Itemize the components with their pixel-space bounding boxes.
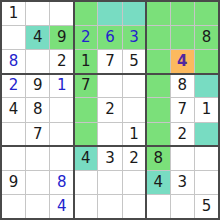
cell-r2c1[interactable] xyxy=(2,26,25,49)
cell-r7c4[interactable]: 4 xyxy=(74,147,97,170)
cell-r5c5[interactable]: 2 xyxy=(98,98,121,121)
digit: 6 xyxy=(105,30,115,45)
cell-r1c1[interactable]: 1 xyxy=(2,2,25,25)
cell-r3c7[interactable] xyxy=(147,50,170,73)
cell-r1c6[interactable] xyxy=(123,2,146,25)
cell-r2c7[interactable] xyxy=(147,26,170,49)
cell-r4c7[interactable] xyxy=(147,74,170,97)
cell-r1c5[interactable] xyxy=(98,2,121,25)
cell-r1c3[interactable] xyxy=(50,2,73,25)
cell-r2c5[interactable]: 6 xyxy=(98,26,121,49)
cell-r5c8[interactable]: 7 xyxy=(171,98,194,121)
cell-r5c1[interactable]: 4 xyxy=(2,98,25,121)
digit: 2 xyxy=(105,102,115,117)
cell-r7c6[interactable]: 2 xyxy=(123,147,146,170)
digit: 7 xyxy=(105,54,115,69)
digit: 2 xyxy=(129,151,139,166)
digit: 4 xyxy=(9,102,19,117)
cell-r5c4[interactable] xyxy=(74,98,97,121)
cell-r3c9[interactable] xyxy=(195,50,218,73)
cell-r7c8[interactable] xyxy=(171,147,194,170)
cell-r2c8[interactable] xyxy=(171,26,194,49)
cell-r8c2[interactable] xyxy=(26,171,49,194)
cell-r5c7[interactable] xyxy=(147,98,170,121)
cell-r3c3[interactable]: 2 xyxy=(50,50,73,73)
cell-r1c2[interactable] xyxy=(26,2,49,25)
digit: 8 xyxy=(178,78,188,93)
cell-r8c6[interactable] xyxy=(123,171,146,194)
digit: 7 xyxy=(33,127,43,142)
digit: 2 xyxy=(178,127,188,142)
digit: 9 xyxy=(33,78,43,93)
cell-r9c7[interactable] xyxy=(147,195,170,218)
digit: 4 xyxy=(153,175,163,190)
digit: 2 xyxy=(9,78,19,93)
digit: 1 xyxy=(57,78,67,93)
cell-r2c2[interactable]: 4 xyxy=(26,26,49,49)
digit: 5 xyxy=(129,54,139,69)
cell-r1c7[interactable] xyxy=(147,2,170,25)
cell-r3c4[interactable]: 1 xyxy=(74,50,97,73)
cell-r7c7[interactable]: 8 xyxy=(147,147,170,170)
cell-r9c1[interactable] xyxy=(2,195,25,218)
cell-r4c9[interactable] xyxy=(195,74,218,97)
cell-r8c9[interactable] xyxy=(195,171,218,194)
cell-r6c9[interactable] xyxy=(195,123,218,146)
cell-r6c6[interactable]: 1 xyxy=(123,123,146,146)
cell-r8c4[interactable] xyxy=(74,171,97,194)
cell-r6c1[interactable] xyxy=(2,123,25,146)
cell-r3c1[interactable]: 8 xyxy=(2,50,25,73)
cell-r8c7[interactable]: 4 xyxy=(147,171,170,194)
cell-r6c4[interactable] xyxy=(74,123,97,146)
cell-r8c8[interactable]: 3 xyxy=(171,171,194,194)
cell-r6c5[interactable] xyxy=(98,123,121,146)
cell-r7c5[interactable]: 3 xyxy=(98,147,121,170)
digit: 4 xyxy=(81,151,91,166)
cell-r1c9[interactable] xyxy=(195,2,218,25)
digit: 9 xyxy=(57,30,67,45)
digit: 4 xyxy=(33,30,43,45)
digit: 4 xyxy=(57,199,67,214)
cell-r3c6[interactable]: 5 xyxy=(123,50,146,73)
cell-r9c5[interactable] xyxy=(98,195,121,218)
cell-r3c2[interactable] xyxy=(26,50,49,73)
cell-r9c8[interactable] xyxy=(171,195,194,218)
digit: 7 xyxy=(81,78,91,93)
cell-r9c9[interactable]: 5 xyxy=(195,195,218,218)
cell-r2c6[interactable]: 3 xyxy=(123,26,146,49)
cell-r9c6[interactable] xyxy=(123,195,146,218)
sudoku-board: 149263882175429178482717124328984345 xyxy=(0,0,220,220)
cell-r1c4[interactable] xyxy=(74,2,97,25)
cell-r4c3[interactable]: 1 xyxy=(50,74,73,97)
cell-r8c1[interactable]: 9 xyxy=(2,171,25,194)
cell-r2c4[interactable]: 2 xyxy=(74,26,97,49)
cell-r5c2[interactable]: 8 xyxy=(26,98,49,121)
cell-r8c3[interactable]: 8 xyxy=(50,171,73,194)
cell-r4c4[interactable]: 7 xyxy=(74,74,97,97)
cell-r4c2[interactable]: 9 xyxy=(26,74,49,97)
digit: 2 xyxy=(81,30,91,45)
digit: 3 xyxy=(129,30,139,45)
digit: 8 xyxy=(202,30,212,45)
digit: 9 xyxy=(9,175,19,190)
cell-r9c4[interactable] xyxy=(74,195,97,218)
cell-r3c5[interactable]: 7 xyxy=(98,50,121,73)
cell-r5c9[interactable]: 1 xyxy=(195,98,218,121)
cell-r6c7[interactable] xyxy=(147,123,170,146)
digit: 4 xyxy=(177,54,187,69)
sudoku-grid: 149263882175429178482717124328984345 xyxy=(2,2,218,218)
digit: 1 xyxy=(129,127,139,142)
cell-r6c2[interactable]: 7 xyxy=(26,123,49,146)
cell-r4c5[interactable] xyxy=(98,74,121,97)
cell-r6c8[interactable]: 2 xyxy=(171,123,194,146)
digit: 3 xyxy=(178,175,188,190)
cell-r4c1[interactable]: 2 xyxy=(2,74,25,97)
cell-r7c9[interactable] xyxy=(195,147,218,170)
digit: 2 xyxy=(57,54,67,69)
cell-r7c1[interactable] xyxy=(2,147,25,170)
cell-r3c8[interactable]: 4 xyxy=(171,50,194,73)
digit: 8 xyxy=(9,54,19,69)
digit: 8 xyxy=(57,175,67,190)
digit: 1 xyxy=(81,54,91,69)
digit: 8 xyxy=(33,102,43,117)
digit: 3 xyxy=(105,151,115,166)
cell-r2c3[interactable]: 9 xyxy=(50,26,73,49)
digit: 8 xyxy=(153,151,163,166)
cell-r4c8[interactable]: 8 xyxy=(171,74,194,97)
cell-r2c9[interactable]: 8 xyxy=(195,26,218,49)
cell-r7c2[interactable] xyxy=(26,147,49,170)
digit: 1 xyxy=(202,102,212,117)
digit: 5 xyxy=(202,199,212,214)
cell-r5c3[interactable] xyxy=(50,98,73,121)
digit: 7 xyxy=(178,102,188,117)
cell-r6c3[interactable] xyxy=(50,123,73,146)
cell-r7c3[interactable] xyxy=(50,147,73,170)
cell-r9c3[interactable]: 4 xyxy=(50,195,73,218)
cell-r5c6[interactable] xyxy=(123,98,146,121)
cell-r1c8[interactable] xyxy=(171,2,194,25)
digit: 1 xyxy=(9,6,19,21)
cell-r4c6[interactable] xyxy=(123,74,146,97)
cell-r8c5[interactable] xyxy=(98,171,121,194)
cell-r9c2[interactable] xyxy=(26,195,49,218)
